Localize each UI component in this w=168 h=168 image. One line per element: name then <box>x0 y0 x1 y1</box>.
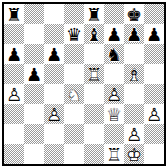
piece-white-pawn: ♙ <box>104 84 124 104</box>
square-h4[interactable] <box>144 84 164 104</box>
piece-white-queen: ♕ <box>104 104 124 124</box>
square-g7[interactable]: ♟ <box>124 24 144 44</box>
square-b8[interactable] <box>24 4 44 24</box>
square-b3[interactable] <box>24 104 44 124</box>
square-b4[interactable] <box>24 84 44 104</box>
square-c6[interactable]: ♟ <box>44 44 64 64</box>
square-g2[interactable]: ♟♙ <box>124 124 144 144</box>
piece-white-rook-fill: ♜ <box>104 144 124 164</box>
piece-black-pawn: ♟ <box>44 44 64 64</box>
square-f1[interactable]: ♜♖ <box>104 144 124 164</box>
piece-black-pawn: ♟ <box>104 24 124 44</box>
square-g4[interactable] <box>124 84 144 104</box>
square-e5[interactable]: ♜♖ <box>84 64 104 84</box>
square-f3[interactable]: ♛♕ <box>104 104 124 124</box>
square-b6[interactable] <box>24 44 44 64</box>
square-h6[interactable] <box>144 44 164 64</box>
piece-white-queen-fill: ♛ <box>104 104 124 124</box>
square-c1[interactable] <box>44 144 64 164</box>
square-g1[interactable]: ♚♔ <box>124 144 144 164</box>
square-a8[interactable]: ♜ <box>4 4 24 24</box>
square-g5[interactable]: ♝♗ <box>124 64 144 84</box>
piece-white-rook: ♖ <box>84 64 104 84</box>
square-g8[interactable]: ♚ <box>124 4 144 24</box>
square-d6[interactable] <box>64 44 84 64</box>
piece-white-pawn: ♙ <box>4 84 24 104</box>
square-c7[interactable] <box>44 24 64 44</box>
piece-white-pawn-fill: ♟ <box>124 124 144 144</box>
square-c2[interactable] <box>44 124 64 144</box>
piece-black-bishop: ♝ <box>84 24 104 44</box>
square-b2[interactable] <box>24 124 44 144</box>
square-h1[interactable] <box>144 144 164 164</box>
square-e2[interactable] <box>84 124 104 144</box>
square-a6[interactable]: ♟ <box>4 44 24 64</box>
piece-white-knight: ♘ <box>64 84 84 104</box>
piece-black-pawn: ♟ <box>144 24 164 44</box>
chess-board: ♜♜♚♛♝♟♟♟♟♟♞♟♜♖♝♗♟♙♞♘♟♙♟♙♛♕♟♙♟♙♜♖♚♔ <box>2 2 166 166</box>
square-d4[interactable]: ♞♘ <box>64 84 84 104</box>
piece-white-pawn-fill: ♟ <box>44 104 64 124</box>
piece-black-knight: ♞ <box>104 44 124 64</box>
square-b7[interactable] <box>24 24 44 44</box>
piece-white-bishop-fill: ♝ <box>124 64 144 84</box>
square-a2[interactable] <box>4 124 24 144</box>
square-c4[interactable] <box>44 84 64 104</box>
square-f8[interactable] <box>104 4 124 24</box>
square-d8[interactable] <box>64 4 84 24</box>
piece-white-pawn: ♙ <box>144 104 164 124</box>
square-d5[interactable] <box>64 64 84 84</box>
piece-black-rook: ♜ <box>84 4 104 24</box>
square-c8[interactable] <box>44 4 64 24</box>
piece-white-bishop: ♗ <box>124 64 144 84</box>
piece-white-pawn-fill: ♟ <box>144 104 164 124</box>
square-f2[interactable] <box>104 124 124 144</box>
square-d1[interactable] <box>64 144 84 164</box>
square-e1[interactable] <box>84 144 104 164</box>
square-f4[interactable]: ♟♙ <box>104 84 124 104</box>
square-e7[interactable]: ♝ <box>84 24 104 44</box>
piece-white-rook: ♖ <box>104 144 124 164</box>
piece-black-pawn: ♟ <box>24 64 44 84</box>
square-h7[interactable]: ♟ <box>144 24 164 44</box>
piece-black-queen: ♛ <box>64 24 84 44</box>
piece-black-rook: ♜ <box>4 4 24 24</box>
square-e8[interactable]: ♜ <box>84 4 104 24</box>
piece-white-king: ♔ <box>124 144 144 164</box>
square-f5[interactable] <box>104 64 124 84</box>
piece-white-pawn: ♙ <box>124 124 144 144</box>
piece-white-rook-fill: ♜ <box>84 64 104 84</box>
piece-black-king: ♚ <box>124 4 144 24</box>
square-d2[interactable] <box>64 124 84 144</box>
square-e4[interactable] <box>84 84 104 104</box>
square-b5[interactable]: ♟ <box>24 64 44 84</box>
square-b1[interactable] <box>24 144 44 164</box>
square-f6[interactable]: ♞ <box>104 44 124 64</box>
square-a7[interactable] <box>4 24 24 44</box>
piece-white-pawn-fill: ♟ <box>4 84 24 104</box>
square-a3[interactable] <box>4 104 24 124</box>
square-a4[interactable]: ♟♙ <box>4 84 24 104</box>
piece-white-pawn-fill: ♟ <box>104 84 124 104</box>
square-d7[interactable]: ♛ <box>64 24 84 44</box>
square-h3[interactable]: ♟♙ <box>144 104 164 124</box>
square-a1[interactable] <box>4 144 24 164</box>
piece-white-pawn: ♙ <box>44 104 64 124</box>
chess-diagram: ♜♜♚♛♝♟♟♟♟♟♞♟♜♖♝♗♟♙♞♘♟♙♟♙♛♕♟♙♟♙♜♖♚♔ <box>0 0 168 168</box>
piece-black-pawn: ♟ <box>124 24 144 44</box>
piece-white-knight-fill: ♞ <box>64 84 84 104</box>
piece-black-pawn: ♟ <box>4 44 24 64</box>
square-e6[interactable] <box>84 44 104 64</box>
square-a5[interactable] <box>4 64 24 84</box>
square-c5[interactable] <box>44 64 64 84</box>
square-c3[interactable]: ♟♙ <box>44 104 64 124</box>
square-f7[interactable]: ♟ <box>104 24 124 44</box>
square-h8[interactable] <box>144 4 164 24</box>
square-e3[interactable] <box>84 104 104 124</box>
square-g6[interactable] <box>124 44 144 64</box>
square-g3[interactable] <box>124 104 144 124</box>
piece-white-king-fill: ♚ <box>124 144 144 164</box>
square-h5[interactable] <box>144 64 164 84</box>
square-d3[interactable] <box>64 104 84 124</box>
square-h2[interactable] <box>144 124 164 144</box>
